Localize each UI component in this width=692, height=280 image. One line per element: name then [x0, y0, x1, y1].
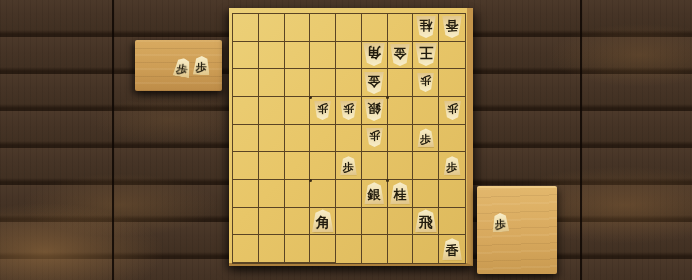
- board-square[interactable]: [388, 152, 414, 180]
- board-square[interactable]: [285, 69, 311, 97]
- shogi-piece-gold[interactable]: 金: [364, 72, 384, 94]
- board-square[interactable]: 歩: [413, 69, 439, 97]
- board-square[interactable]: [439, 42, 465, 70]
- board-square[interactable]: [233, 125, 259, 153]
- board-square[interactable]: [233, 180, 259, 208]
- board-square[interactable]: 銀: [362, 97, 388, 125]
- board-square[interactable]: 王: [413, 42, 439, 70]
- board-square[interactable]: 歩: [413, 125, 439, 153]
- board-square[interactable]: [310, 14, 336, 42]
- board-square[interactable]: [285, 14, 311, 42]
- board-square[interactable]: [362, 152, 388, 180]
- shogi-piece-pawn[interactable]: 歩: [193, 56, 211, 76]
- board-square[interactable]: [388, 97, 414, 125]
- board-square[interactable]: 歩: [336, 97, 362, 125]
- shogi-piece-bishop[interactable]: 角: [363, 43, 385, 66]
- board-square[interactable]: [233, 69, 259, 97]
- white-piece-stand: 歩歩: [135, 40, 222, 91]
- board-square[interactable]: [285, 97, 311, 125]
- shogi-piece-king[interactable]: 王: [415, 43, 437, 66]
- board-square[interactable]: [310, 69, 336, 97]
- board-square[interactable]: [233, 97, 259, 125]
- board-square[interactable]: [310, 42, 336, 70]
- board-square[interactable]: [259, 180, 285, 208]
- board-square[interactable]: [388, 235, 414, 263]
- board-square[interactable]: 歩: [336, 152, 362, 180]
- board-square[interactable]: [439, 125, 465, 153]
- board-square[interactable]: 金: [362, 69, 388, 97]
- shogi-piece-lance[interactable]: 香: [442, 16, 462, 38]
- board-square[interactable]: 金: [388, 42, 414, 70]
- board-square[interactable]: [439, 180, 465, 208]
- black-piece-stand: 歩: [477, 186, 557, 274]
- board-square[interactable]: [259, 125, 285, 153]
- board-square[interactable]: 飛: [413, 208, 439, 236]
- board-square[interactable]: [362, 14, 388, 42]
- shogi-piece-knight[interactable]: 桂: [416, 16, 436, 38]
- shogi-piece-pawn[interactable]: 歩: [444, 101, 461, 120]
- board-square[interactable]: [285, 125, 311, 153]
- board-square[interactable]: [362, 235, 388, 263]
- board-square[interactable]: [285, 152, 311, 180]
- board-square[interactable]: [259, 208, 285, 236]
- board-square[interactable]: 歩: [310, 97, 336, 125]
- shogi-piece-pawn[interactable]: 歩: [444, 156, 461, 175]
- shogi-piece-silver[interactable]: 銀: [364, 99, 384, 121]
- board-square[interactable]: [259, 97, 285, 125]
- board-square[interactable]: [259, 42, 285, 70]
- board-square[interactable]: [336, 208, 362, 236]
- board-square[interactable]: 銀: [362, 180, 388, 208]
- board-square[interactable]: [285, 42, 311, 70]
- board-square[interactable]: [259, 14, 285, 42]
- shogi-piece-pawn[interactable]: 歩: [340, 101, 357, 120]
- board-square[interactable]: 角: [310, 208, 336, 236]
- shogi-piece-lance[interactable]: 香: [442, 238, 462, 260]
- shogi-piece-pawn[interactable]: 歩: [417, 73, 434, 92]
- board-square[interactable]: [413, 180, 439, 208]
- board-square[interactable]: [413, 235, 439, 263]
- shogi-piece-pawn[interactable]: 歩: [492, 213, 510, 233]
- board-square[interactable]: [336, 180, 362, 208]
- board-square[interactable]: 桂: [413, 14, 439, 42]
- board-square[interactable]: [439, 69, 465, 97]
- shogi-piece-pawn[interactable]: 歩: [314, 101, 331, 120]
- shogi-piece-gold[interactable]: 金: [390, 44, 410, 66]
- board-square[interactable]: [336, 125, 362, 153]
- board-square[interactable]: [336, 42, 362, 70]
- board-square[interactable]: [285, 208, 311, 236]
- board-square[interactable]: [233, 152, 259, 180]
- board-square[interactable]: [233, 14, 259, 42]
- shogi-piece-knight[interactable]: 桂: [390, 182, 410, 204]
- board-square[interactable]: [259, 235, 285, 263]
- board-square[interactable]: [388, 69, 414, 97]
- board-square[interactable]: [413, 152, 439, 180]
- board-square[interactable]: [413, 97, 439, 125]
- board-square[interactable]: 角: [362, 42, 388, 70]
- board-square[interactable]: 歩: [362, 125, 388, 153]
- board-square[interactable]: [439, 208, 465, 236]
- board-square[interactable]: 香: [439, 14, 465, 42]
- board-square[interactable]: [336, 69, 362, 97]
- board-square[interactable]: [233, 208, 259, 236]
- board-square[interactable]: [362, 208, 388, 236]
- board-square[interactable]: [259, 152, 285, 180]
- board-square[interactable]: [259, 69, 285, 97]
- board-square[interactable]: [388, 208, 414, 236]
- board-square[interactable]: 歩: [439, 152, 465, 180]
- board-square[interactable]: 香: [439, 235, 465, 263]
- board-square[interactable]: [233, 42, 259, 70]
- shogi-piece-pawn[interactable]: 歩: [172, 57, 192, 79]
- shogi-piece-rook[interactable]: 飛: [415, 209, 437, 232]
- shogi-piece-pawn[interactable]: 歩: [340, 156, 357, 175]
- board-square[interactable]: [310, 235, 336, 263]
- board-square[interactable]: [388, 14, 414, 42]
- board-square[interactable]: [285, 235, 311, 263]
- board-grid: 桂香角金王金歩歩歩銀歩歩歩歩歩銀桂角飛香: [232, 13, 466, 264]
- shogi-board: 桂香角金王金歩歩歩銀歩歩歩歩歩銀桂角飛香: [229, 8, 473, 266]
- shogi-piece-pawn[interactable]: 歩: [366, 128, 383, 147]
- table-surface: 歩歩 桂香角金王金歩歩歩銀歩歩歩歩歩銀桂角飛香 歩: [0, 0, 692, 280]
- board-square[interactable]: [388, 125, 414, 153]
- board-square[interactable]: [310, 125, 336, 153]
- board-square[interactable]: [310, 152, 336, 180]
- board-square[interactable]: [336, 235, 362, 263]
- board-square[interactable]: [336, 14, 362, 42]
- shogi-piece-pawn[interactable]: 歩: [417, 128, 434, 147]
- shogi-piece-silver[interactable]: 銀: [364, 182, 384, 204]
- shogi-piece-bishop[interactable]: 角: [312, 209, 334, 232]
- board-square[interactable]: [310, 180, 336, 208]
- board-square[interactable]: [233, 235, 259, 263]
- board-square[interactable]: 歩: [439, 97, 465, 125]
- board-square[interactable]: 桂: [388, 180, 414, 208]
- board-square[interactable]: [285, 180, 311, 208]
